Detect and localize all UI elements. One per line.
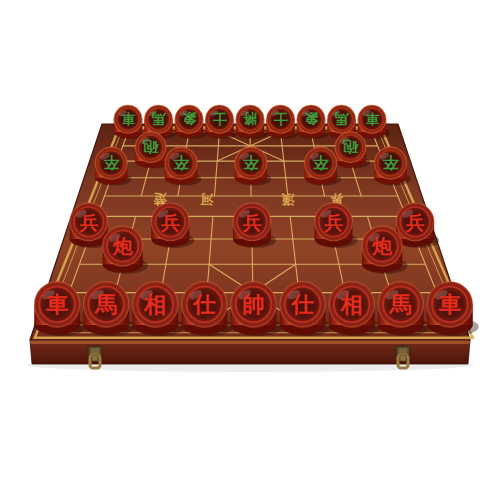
piece-character: 馬 (334, 111, 349, 127)
piece-black-elephant[interactable]: 象 (175, 105, 207, 139)
piece-character: 兵 (323, 212, 343, 233)
piece-character: 卒 (382, 153, 399, 172)
piece-red-chariot[interactable]: 車 (427, 282, 479, 336)
svg-text:漢: 漢 (281, 192, 295, 207)
piece-character: 士 (273, 111, 288, 127)
piece-character: 帥 (242, 291, 264, 317)
piece-character: 車 (438, 291, 461, 317)
piece-character: 車 (121, 111, 136, 127)
svg-text:河: 河 (200, 192, 214, 207)
piece-black-advisor[interactable]: 士 (266, 105, 298, 139)
piece-character: 車 (365, 111, 380, 127)
xiangqi-board: 楚河漢界車馬象士將士象馬車砲砲卒卒卒卒卒兵兵兵兵兵炮炮車馬相仕帥仕相馬車 (0, 0, 500, 500)
piece-character: 砲 (342, 138, 359, 156)
piece-character: 仕 (192, 291, 216, 317)
piece-character: 兵 (78, 212, 98, 233)
piece-character: 卒 (243, 153, 260, 172)
piece-black-chariot[interactable]: 車 (358, 105, 390, 139)
piece-character: 相 (340, 291, 363, 317)
piece-character: 將 (243, 111, 258, 127)
piece-character: 炮 (112, 235, 133, 258)
piece-character: 兵 (242, 212, 262, 233)
product-photo: 楚河漢界車馬象士將士象馬車砲砲卒卒卒卒卒兵兵兵兵兵炮炮車馬相仕帥仕相馬車 (0, 0, 500, 500)
piece-character: 車 (45, 291, 68, 317)
piece-character: 炮 (371, 235, 392, 258)
piece-black-advisor[interactable]: 士 (205, 105, 237, 139)
piece-character: 馬 (389, 291, 412, 317)
piece-character: 相 (143, 291, 166, 317)
piece-character: 士 (212, 111, 227, 127)
piece-character: 兵 (160, 212, 180, 233)
piece-character: 象 (182, 111, 197, 127)
piece-character: 仕 (290, 291, 314, 317)
piece-black-chariot[interactable]: 車 (114, 105, 146, 139)
piece-character: 卒 (173, 153, 190, 172)
piece-character: 馬 (94, 291, 117, 317)
piece-black-general[interactable]: 將 (236, 105, 268, 139)
piece-red-soldier[interactable]: 兵 (396, 203, 439, 248)
piece-character: 卒 (313, 153, 330, 172)
piece-character: 馬 (151, 111, 166, 127)
piece-character: 象 (304, 111, 319, 127)
piece-black-elephant[interactable]: 象 (297, 105, 329, 139)
piece-character: 兵 (405, 212, 425, 233)
piece-character: 砲 (142, 138, 159, 156)
piece-character: 卒 (103, 153, 120, 172)
